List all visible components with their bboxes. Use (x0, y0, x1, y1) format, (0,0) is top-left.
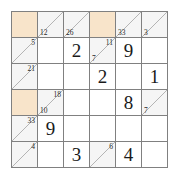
clue-cell-r6c4: 6 (90, 142, 115, 167)
clue-cell-r3c1: 21 (12, 64, 37, 89)
entry-cell-r5c2[interactable]: 9 (38, 116, 63, 141)
entry-cell-r5c6[interactable] (142, 116, 167, 141)
entry-digit: 2 (72, 41, 82, 60)
clue-cell-r1c2: 12 (38, 12, 63, 37)
entry-cell-r4c5[interactable]: 8 (116, 90, 141, 115)
entry-digit: 1 (150, 67, 160, 86)
entry-digit: 9 (46, 119, 56, 138)
across-clue: 4 (31, 143, 35, 151)
across-clue: 11 (106, 39, 113, 47)
down-clue: 12 (40, 29, 48, 37)
entry-digit: 9 (124, 41, 134, 60)
entry-cell-r6c6[interactable] (142, 142, 167, 167)
entry-cell-r4c3[interactable] (64, 90, 89, 115)
down-clue: 33 (118, 29, 126, 37)
entry-digit: 2 (98, 67, 108, 86)
clue-cell-r2c1: 5 (12, 38, 37, 63)
down-clue: 3 (144, 29, 148, 37)
entry-cell-r5c4[interactable] (90, 116, 115, 141)
across-clue: 21 (28, 65, 36, 73)
entry-cell-r3c5[interactable] (116, 64, 141, 89)
down-clue: 26 (66, 29, 74, 37)
clue-cell-r4c6: 7 (142, 90, 167, 115)
entry-cell-r4c4[interactable] (90, 90, 115, 115)
clue-cell-r4c2: 1810 (38, 90, 63, 115)
entry-cell-r2c6[interactable] (142, 38, 167, 63)
kakuro-grid: 122633352117921211810873394364 (11, 11, 168, 168)
entry-digit: 3 (72, 145, 82, 164)
clue-cell-r6c1: 4 (12, 142, 37, 167)
clue-cell-r2c4: 117 (90, 38, 115, 63)
down-clue: 7 (144, 107, 148, 115)
clue-cell-r1c3: 26 (64, 12, 89, 37)
entry-cell-r6c3[interactable]: 3 (64, 142, 89, 167)
clue-cell-r5c1: 33 (12, 116, 37, 141)
across-clue: 6 (109, 143, 113, 151)
entry-cell-r2c5[interactable]: 9 (116, 38, 141, 63)
entry-cell-r3c2[interactable] (38, 64, 63, 89)
entry-digit: 4 (124, 145, 134, 164)
entry-cell-r2c2[interactable] (38, 38, 63, 63)
blank-cell-r1c1 (12, 12, 37, 37)
clue-cell-r1c6: 3 (142, 12, 167, 37)
entry-cell-r5c5[interactable] (116, 116, 141, 141)
entry-cell-r6c5[interactable]: 4 (116, 142, 141, 167)
across-clue: 18 (54, 91, 62, 99)
down-clue: 10 (40, 107, 48, 115)
across-clue: 5 (31, 39, 35, 47)
entry-cell-r2c3[interactable]: 2 (64, 38, 89, 63)
blank-cell-r1c4 (90, 12, 115, 37)
entry-cell-r5c3[interactable] (64, 116, 89, 141)
blank-cell-r4c1 (12, 90, 37, 115)
entry-digit: 8 (124, 93, 134, 112)
across-clue: 33 (28, 117, 36, 125)
entry-cell-r3c4[interactable]: 2 (90, 64, 115, 89)
entry-cell-r3c3[interactable] (64, 64, 89, 89)
kakuro-puzzle-page: 122633352117921211810873394364 (0, 0, 180, 180)
clue-cell-r1c5: 33 (116, 12, 141, 37)
entry-cell-r6c2[interactable] (38, 142, 63, 167)
entry-cell-r3c6[interactable]: 1 (142, 64, 167, 89)
down-clue: 7 (92, 55, 96, 63)
